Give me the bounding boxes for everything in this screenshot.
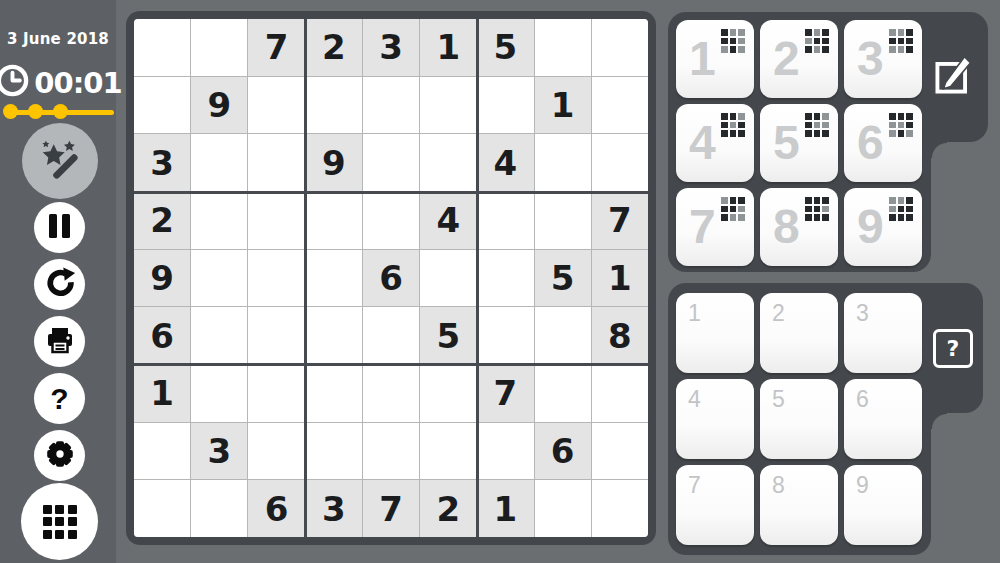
digit-button-5[interactable]: 5 — [760, 104, 838, 182]
candidate-digit-label: 7 — [688, 472, 701, 499]
candidate-help-button[interactable]: ? — [933, 329, 973, 368]
sudoku-cell-r5c5[interactable]: 6 — [363, 250, 419, 307]
sudoku-cell-r1c5[interactable]: 3 — [363, 19, 419, 76]
digit-button-4[interactable]: 4 — [676, 104, 754, 182]
box-map-icon — [805, 113, 829, 137]
digit-label: 1 — [689, 35, 716, 83]
box-map-icon — [889, 113, 913, 137]
sudoku-cell-r7c1[interactable]: 1 — [134, 365, 190, 422]
digit-button-8[interactable]: 8 — [760, 188, 838, 266]
sudoku-cell-r5c1[interactable]: 9 — [134, 250, 190, 307]
sudoku-cell-r5c3[interactable] — [248, 250, 304, 307]
sudoku-cell-r2c1[interactable] — [134, 77, 190, 134]
sudoku-cell-r5c6[interactable] — [420, 250, 476, 307]
timer-value: 00:01 — [34, 66, 121, 100]
box-map-icon — [805, 197, 829, 221]
candidate-button-7[interactable]: 7 — [676, 465, 754, 545]
candidate-button-2[interactable]: 2 — [760, 293, 838, 373]
sudoku-cell-r4c2[interactable] — [191, 192, 247, 249]
date-label: 3 June 2018 — [0, 30, 116, 48]
digit-button-7[interactable]: 7 — [676, 188, 754, 266]
sudoku-cell-r8c2[interactable]: 3 — [191, 423, 247, 480]
sudoku-cell-r8c5[interactable] — [363, 423, 419, 480]
pause-icon — [46, 212, 73, 243]
sudoku-cell-r6c4[interactable] — [306, 307, 362, 364]
candidate-button-3[interactable]: 3 — [844, 293, 922, 373]
sudoku-cell-r2c8[interactable]: 1 — [535, 77, 591, 134]
box-map-icon — [721, 29, 745, 53]
digit-pad-tab-curve — [931, 142, 947, 158]
digit-button-3[interactable]: 3 — [844, 20, 922, 98]
sudoku-cell-r1c7[interactable]: 5 — [477, 19, 533, 76]
sudoku-cell-r2c4[interactable] — [306, 77, 362, 134]
sudoku-cell-r8c3[interactable] — [248, 423, 304, 480]
sudoku-cell-r9c2[interactable] — [191, 480, 247, 537]
hint-wand-button[interactable] — [22, 123, 98, 199]
sudoku-cell-r7c8[interactable] — [535, 365, 591, 422]
sudoku-cell-r6c6[interactable]: 5 — [420, 307, 476, 364]
sidebar: 3 June 2018 00:01 — [0, 0, 116, 563]
pencil-edit-icon — [933, 84, 975, 99]
box-map-icon — [721, 197, 745, 221]
candidate-button-1[interactable]: 1 — [676, 293, 754, 373]
timeline-marker[interactable] — [53, 104, 68, 119]
sudoku-cell-r1c6[interactable]: 1 — [420, 19, 476, 76]
sudoku-cell-r4c9[interactable]: 7 — [592, 192, 648, 249]
timeline-marker[interactable] — [28, 104, 43, 119]
sudoku-cell-r3c5[interactable] — [363, 134, 419, 191]
clock-icon — [0, 62, 31, 103]
restart-icon — [44, 267, 76, 302]
sudoku-cell-r3c7[interactable]: 4 — [477, 134, 533, 191]
sudoku-cell-r2c9[interactable] — [592, 77, 648, 134]
sudoku-cell-r6c3[interactable] — [248, 307, 304, 364]
sudoku-cell-r9c9[interactable] — [592, 480, 648, 537]
sudoku-cell-r7c4[interactable] — [306, 365, 362, 422]
sudoku-cell-r7c9[interactable] — [592, 365, 648, 422]
pencil-edit-button[interactable] — [933, 54, 975, 96]
candidate-button-4[interactable]: 4 — [676, 379, 754, 459]
box-map-icon — [889, 197, 913, 221]
sudoku-cell-r5c8[interactable]: 5 — [535, 250, 591, 307]
sudoku-cell-r6c2[interactable] — [191, 307, 247, 364]
timeline-marker[interactable] — [3, 104, 18, 119]
help-button[interactable]: ? — [34, 373, 85, 424]
sudoku-cell-r9c3[interactable]: 6 — [248, 480, 304, 537]
sudoku-cell-r8c9[interactable] — [592, 423, 648, 480]
sudoku-cell-r8c1[interactable] — [134, 423, 190, 480]
sudoku-cell-r2c5[interactable] — [363, 77, 419, 134]
candidate-digit-label: 6 — [856, 386, 869, 413]
sudoku-cell-r9c4[interactable]: 3 — [306, 480, 362, 537]
sudoku-cell-r9c7[interactable]: 1 — [477, 480, 533, 537]
sudoku-cell-r9c5[interactable]: 7 — [363, 480, 419, 537]
sudoku-cell-r3c8[interactable] — [535, 134, 591, 191]
sudoku-cell-r4c7[interactable] — [477, 192, 533, 249]
sudoku-cell-r3c6[interactable] — [420, 134, 476, 191]
digit-label: 5 — [773, 119, 800, 167]
candidate-digit-label: 3 — [856, 300, 869, 327]
sudoku-cell-r3c4[interactable]: 9 — [306, 134, 362, 191]
magic-wand-icon — [37, 137, 83, 186]
digit-label: 7 — [689, 203, 716, 251]
digit-button-1[interactable]: 1 — [676, 20, 754, 98]
sudoku-cell-r4c4[interactable] — [306, 192, 362, 249]
sudoku-board: 72315913942479651658173663721 — [126, 11, 656, 545]
sudoku-cell-r6c1[interactable]: 6 — [134, 307, 190, 364]
candidate-button-9[interactable]: 9 — [844, 465, 922, 545]
digit-button-2[interactable]: 2 — [760, 20, 838, 98]
question-mark-icon: ? — [50, 384, 68, 414]
sudoku-cell-r1c3[interactable]: 7 — [248, 19, 304, 76]
sudoku-cell-r6c7[interactable] — [477, 307, 533, 364]
candidate-button-8[interactable]: 8 — [760, 465, 838, 545]
restart-button[interactable] — [34, 259, 85, 310]
sudoku-cell-r3c1[interactable]: 3 — [134, 134, 190, 191]
sudoku-cell-r6c8[interactable] — [535, 307, 591, 364]
sudoku-cell-r2c6[interactable] — [420, 77, 476, 134]
sudoku-cell-r4c3[interactable] — [248, 192, 304, 249]
sudoku-cell-r7c2[interactable] — [191, 365, 247, 422]
box-map-icon — [805, 29, 829, 53]
sudoku-cell-r8c8[interactable]: 6 — [535, 423, 591, 480]
sudoku-cell-r4c8[interactable] — [535, 192, 591, 249]
candidate-digit-label: 8 — [772, 472, 785, 499]
digit-button-6[interactable]: 6 — [844, 104, 922, 182]
candidate-digit-label: 5 — [772, 386, 785, 413]
number-grid-icon — [43, 505, 77, 539]
sudoku-cell-r4c1[interactable]: 2 — [134, 192, 190, 249]
sudoku-cell-r9c8[interactable] — [535, 480, 591, 537]
sudoku-app: 3 June 2018 00:01 — [0, 0, 1000, 563]
candidate-pad-tab-curve — [931, 413, 947, 429]
number-pad-toggle-button[interactable] — [21, 483, 98, 560]
sudoku-cell-r2c7[interactable] — [477, 77, 533, 134]
sudoku-cell-r7c7[interactable]: 7 — [477, 365, 533, 422]
settings-gear-icon — [44, 438, 76, 473]
sudoku-cell-r8c7[interactable] — [477, 423, 533, 480]
progress-timeline[interactable] — [0, 102, 116, 122]
digit-label: 2 — [773, 35, 800, 83]
sudoku-cell-r1c9[interactable] — [592, 19, 648, 76]
sudoku-cell-r4c5[interactable] — [363, 192, 419, 249]
printer-icon — [45, 325, 75, 358]
sudoku-cell-r8c6[interactable] — [420, 423, 476, 480]
candidate-digit-label: 2 — [772, 300, 785, 327]
sudoku-cell-r5c7[interactable] — [477, 250, 533, 307]
candidate-digit-label: 1 — [688, 300, 701, 327]
sudoku-cell-r9c1[interactable] — [134, 480, 190, 537]
sudoku-cell-r2c3[interactable] — [248, 77, 304, 134]
sudoku-cell-r3c3[interactable] — [248, 134, 304, 191]
sudoku-cell-r7c6[interactable] — [420, 365, 476, 422]
print-button[interactable] — [34, 316, 85, 367]
sudoku-cell-r3c9[interactable] — [592, 134, 648, 191]
candidate-button-6[interactable]: 6 — [844, 379, 922, 459]
sudoku-cell-r6c5[interactable] — [363, 307, 419, 364]
sudoku-cell-r5c4[interactable] — [306, 250, 362, 307]
pause-button[interactable] — [34, 202, 85, 253]
settings-button[interactable] — [34, 430, 85, 481]
sudoku-cell-r8c4[interactable] — [306, 423, 362, 480]
digit-label: 4 — [689, 119, 716, 167]
box-map-icon — [889, 29, 913, 53]
digit-label: 8 — [773, 203, 800, 251]
candidate-digit-label: 4 — [688, 386, 701, 413]
box-map-icon — [721, 113, 745, 137]
candidate-button-5[interactable]: 5 — [760, 379, 838, 459]
sudoku-cell-r5c2[interactable] — [191, 250, 247, 307]
sudoku-cell-r9c6[interactable]: 2 — [420, 480, 476, 537]
sudoku-cell-r3c2[interactable] — [191, 134, 247, 191]
sudoku-cell-r1c2[interactable] — [191, 19, 247, 76]
timer: 00:01 — [0, 62, 116, 103]
sudoku-cell-r1c4[interactable]: 2 — [306, 19, 362, 76]
digit-button-9[interactable]: 9 — [844, 188, 922, 266]
sudoku-cell-r6c9[interactable]: 8 — [592, 307, 648, 364]
digit-label: 6 — [857, 119, 884, 167]
sudoku-cell-r1c1[interactable] — [134, 19, 190, 76]
sudoku-cell-r5c9[interactable]: 1 — [592, 250, 648, 307]
digit-label: 3 — [857, 35, 884, 83]
candidate-digit-label: 9 — [856, 472, 869, 499]
sudoku-cell-r7c5[interactable] — [363, 365, 419, 422]
sudoku-cell-r1c8[interactable] — [535, 19, 591, 76]
sudoku-cell-r2c2[interactable]: 9 — [191, 77, 247, 134]
digit-label: 9 — [857, 203, 884, 251]
sudoku-cell-r7c3[interactable] — [248, 365, 304, 422]
sudoku-cell-r4c6[interactable]: 4 — [420, 192, 476, 249]
